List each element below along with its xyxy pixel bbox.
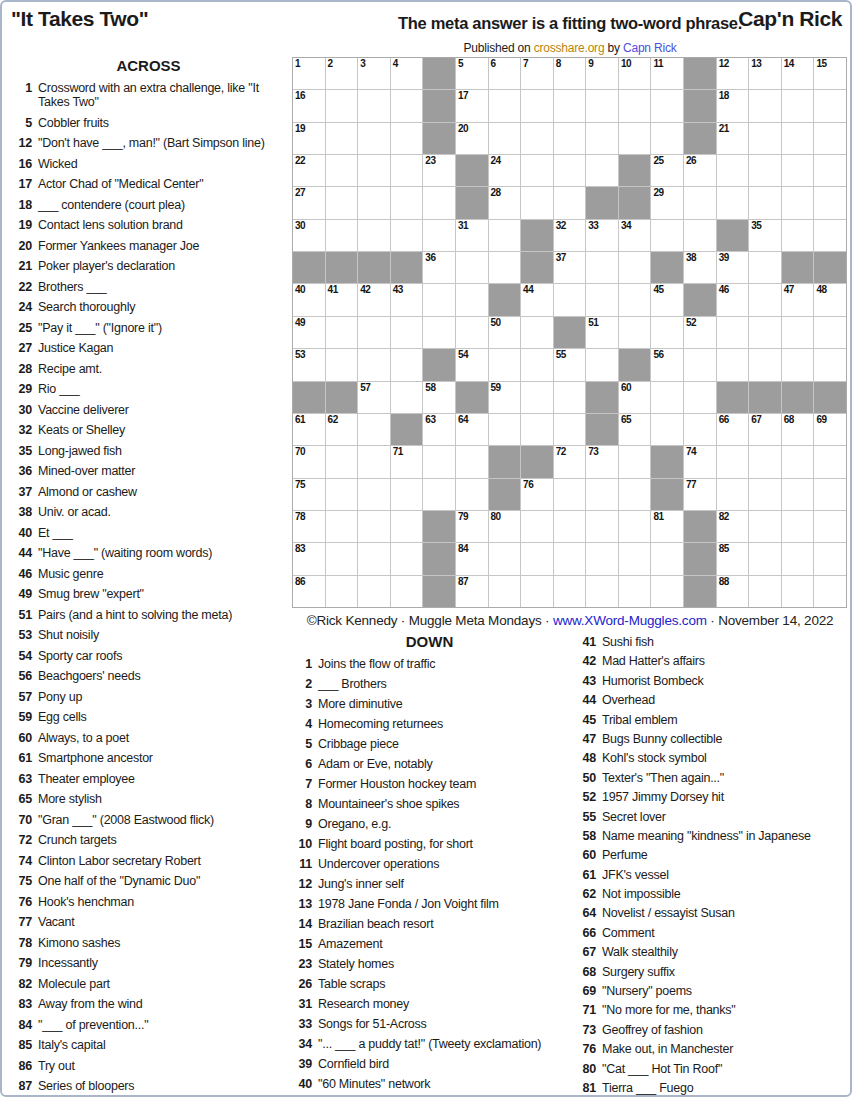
grid-cell: [521, 414, 553, 445]
grid-cell: [326, 90, 358, 121]
grid-cell: [619, 252, 651, 283]
clue-text: Sushi fish: [602, 635, 850, 649]
clue-text: Keats or Shelley: [38, 423, 287, 437]
clue-number: 21: [10, 259, 32, 273]
clue-text: Music genre: [38, 567, 287, 581]
clue-text: Molecule part: [38, 977, 287, 991]
cell-number: 60: [621, 383, 631, 393]
grid-cell: [423, 317, 455, 348]
cell-number: 22: [295, 156, 305, 166]
clue-across-36: 36Mined-over matter: [10, 464, 287, 478]
clue-text: Humorist Bombeck: [602, 674, 850, 688]
grid-cell: [586, 252, 618, 283]
grid-cell: [489, 349, 521, 380]
clue-across-75: 75One half of the "Dynamic Duo": [10, 874, 287, 888]
clue-number: 29: [10, 382, 32, 396]
clue-down-48: 48Kohl's stock symbol: [574, 751, 850, 765]
clue-text: Novelist / essayist Susan: [602, 906, 850, 920]
grid-cell: 2: [326, 58, 358, 89]
grid-cell: [521, 576, 553, 607]
clue-number: 76: [574, 1042, 596, 1056]
clue-down-33: 33Songs for 51-Across: [290, 1017, 569, 1031]
clue-number: 60: [574, 848, 596, 862]
grid-cell: [554, 414, 586, 445]
clue-down-1: 1Joins the flow of traffic: [290, 657, 569, 671]
clue-text: Crossword with an extra challenge, like …: [38, 81, 287, 109]
clue-across-46: 46Music genre: [10, 567, 287, 581]
block-cell: [423, 349, 455, 380]
cell-number: 11: [653, 59, 663, 69]
cell-number: 15: [816, 59, 826, 69]
clue-text: Joins the flow of traffic: [318, 657, 569, 671]
clue-text: Et ___: [38, 526, 287, 540]
grid-cell: 82: [717, 511, 749, 542]
grid-cell: [586, 576, 618, 607]
clue-number: 80: [574, 1062, 596, 1076]
clue-down-9: 9Oregano, e.g.: [290, 817, 569, 831]
grid-cell: 1: [293, 58, 325, 89]
clue-number: 58: [574, 829, 596, 843]
clue-text: More stylish: [38, 792, 287, 806]
cell-number: 31: [458, 221, 468, 231]
clue-across-29: 29Rio ___: [10, 382, 287, 396]
cell-number: 7: [523, 59, 528, 69]
grid-cell: [782, 187, 814, 218]
clue-text: Comment: [602, 926, 850, 940]
grid-cell: 77: [684, 479, 716, 510]
clue-across-30: 30Vaccine deliverer: [10, 403, 287, 417]
clue-number: 31: [290, 997, 312, 1011]
grid-cell: 81: [651, 511, 683, 542]
clue-number: 12: [10, 136, 32, 150]
clue-down-5: 5Cribbage piece: [290, 737, 569, 751]
clue-across-27: 27Justice Kagan: [10, 341, 287, 355]
clue-number: 33: [290, 1017, 312, 1031]
clue-down-15: 15Amazement: [290, 937, 569, 951]
clue-across-53: 53Shut noisily: [10, 628, 287, 642]
clue-down-7: 7Former Houston hockey team: [290, 777, 569, 791]
cell-number: 40: [295, 285, 305, 295]
grid-cell: 32: [554, 220, 586, 251]
clue-down-61: 61JFK's vessel: [574, 868, 850, 882]
block-cell: [326, 382, 358, 413]
clue-text: Cribbage piece: [318, 737, 569, 751]
cell-number: 39: [719, 253, 729, 263]
clue-text: Not impossible: [602, 887, 850, 901]
grid-cell: [814, 123, 846, 154]
clue-number: 42: [574, 654, 596, 668]
grid-cell: [391, 479, 423, 510]
block-cell: [684, 58, 716, 89]
grid-cell: [391, 543, 423, 574]
clue-down-81: 81Tierra ___ Fuego: [574, 1081, 850, 1095]
clue-across-63: 63Theater employee: [10, 772, 287, 786]
grid-cell: [521, 90, 553, 121]
cell-number: 87: [458, 577, 468, 587]
grid-cell: [651, 382, 683, 413]
grid-cell: [358, 446, 390, 477]
grid-cell: [391, 317, 423, 348]
cell-number: 66: [719, 415, 729, 425]
clue-across-17: 17Actor Chad of "Medical Center": [10, 177, 287, 191]
clue-across-87: 87Series of bloopers: [10, 1079, 287, 1093]
clue-down-26: 26Table scraps: [290, 977, 569, 991]
cell-number: 6: [491, 59, 496, 69]
clue-text: Justice Kagan: [38, 341, 287, 355]
clue-text: Flight board posting, for short: [318, 837, 569, 851]
clue-text: "60 Minutes" network: [318, 1077, 569, 1091]
grid-cell: [782, 576, 814, 607]
grid-cell: [814, 155, 846, 186]
grid-cell: 27: [293, 187, 325, 218]
grid-cell: [554, 155, 586, 186]
clue-across-5: 5Cobbler fruits: [10, 116, 287, 130]
clue-number: 44: [574, 693, 596, 707]
grid-cell: [749, 284, 781, 315]
down-column-2: 41Sushi fish42Mad Hatter's affairs43Humo…: [574, 635, 850, 1097]
grid-cell: [814, 446, 846, 477]
grid-cell: 25: [651, 155, 683, 186]
clue-across-56: 56Beachgoers' needs: [10, 669, 287, 683]
cell-number: 48: [816, 285, 826, 295]
cell-number: 23: [425, 156, 435, 166]
clue-text: Walk stealthily: [602, 945, 850, 959]
cell-number: 34: [621, 221, 631, 231]
grid-cell: [456, 317, 488, 348]
clue-across-79: 79Incessantly: [10, 956, 287, 970]
clue-text: Incessantly: [38, 956, 287, 970]
clue-number: 10: [290, 837, 312, 851]
grid-cell: [684, 187, 716, 218]
clue-number: 78: [10, 936, 32, 950]
down-column: DOWN 1Joins the flow of traffic2___ Brot…: [290, 633, 569, 1097]
clue-across-44: 44"Have ___" (waiting room words): [10, 546, 287, 560]
clue-text: "Pay it ___" ("Ignore it"): [38, 321, 287, 335]
grid-cell: [749, 317, 781, 348]
grid-cell: [391, 123, 423, 154]
clue-across-40: 40Et ___: [10, 526, 287, 540]
clue-number: 68: [574, 965, 596, 979]
cell-number: 84: [458, 544, 468, 554]
clue-text: Beachgoers' needs: [38, 669, 287, 683]
cell-number: 14: [784, 59, 794, 69]
clue-number: 13: [290, 897, 312, 911]
grid-cell: [619, 479, 651, 510]
cell-number: 43: [393, 285, 403, 295]
clue-text: ___ contendere (court plea): [38, 198, 287, 212]
cell-number: 79: [458, 512, 468, 522]
grid-cell: [456, 284, 488, 315]
cell-number: 18: [719, 91, 729, 101]
grid-cell: [782, 479, 814, 510]
clue-number: 82: [10, 977, 32, 991]
block-cell: [554, 317, 586, 348]
cell-number: 41: [328, 285, 338, 295]
grid-cell: 53: [293, 349, 325, 380]
block-cell: [391, 414, 423, 445]
crosshare-link[interactable]: crosshare.org: [534, 41, 605, 55]
clue-down-43: 43Humorist Bombeck: [574, 674, 850, 688]
grid-cell: [456, 446, 488, 477]
grid-cell: 50: [489, 317, 521, 348]
clue-number: 41: [574, 635, 596, 649]
grid-cell: 60: [619, 382, 651, 413]
cell-number: 56: [653, 350, 663, 360]
grid-cell: 47: [782, 284, 814, 315]
cell-number: 35: [751, 221, 761, 231]
clue-text: Theater employee: [38, 772, 287, 786]
cell-number: 82: [719, 512, 729, 522]
grid-cell: 18: [717, 90, 749, 121]
clue-number: 26: [290, 977, 312, 991]
grid-cell: [619, 284, 651, 315]
clue-down-68: 68Surgery suffix: [574, 965, 850, 979]
clue-across-76: 76Hook's henchman: [10, 895, 287, 909]
clue-text: Kohl's stock symbol: [602, 751, 850, 765]
clue-number: 38: [10, 505, 32, 519]
grid-cell: [326, 543, 358, 574]
grid-cell: 88: [717, 576, 749, 607]
cell-number: 13: [751, 59, 761, 69]
grid-cell: 69: [814, 414, 846, 445]
clue-number: 8: [290, 797, 312, 811]
block-cell: [423, 576, 455, 607]
grid-cell: [554, 543, 586, 574]
grid-cell: [554, 576, 586, 607]
clue-number: 14: [290, 917, 312, 931]
grid-cell: [651, 220, 683, 251]
grid-cell: [358, 123, 390, 154]
grid-cell: 64: [456, 414, 488, 445]
cell-number: 88: [719, 577, 729, 587]
grid-cell: 46: [717, 284, 749, 315]
clue-number: 34: [290, 1037, 312, 1051]
clue-text: Homecoming returnees: [318, 717, 569, 731]
clue-across-35: 35Long-jawed fish: [10, 444, 287, 458]
grid-cell: 83: [293, 543, 325, 574]
clue-number: 51: [10, 608, 32, 622]
clue-down-42: 42Mad Hatter's affairs: [574, 654, 850, 668]
grid-cell: [391, 576, 423, 607]
grid-cell: [358, 479, 390, 510]
clue-number: 79: [10, 956, 32, 970]
grid-cell: [326, 576, 358, 607]
cell-number: 46: [719, 285, 729, 295]
cell-number: 32: [556, 221, 566, 231]
block-cell: [651, 252, 683, 283]
grid-cell: [391, 90, 423, 121]
clue-number: 17: [10, 177, 32, 191]
clue-number: 6: [290, 757, 312, 771]
grid-cell: 45: [651, 284, 683, 315]
grid-cell: [651, 576, 683, 607]
clue-across-16: 16Wicked: [10, 157, 287, 171]
grid-cell: [358, 576, 390, 607]
clue-down-39: 39Cornfield bird: [290, 1057, 569, 1071]
clue-text: "Nursery" poems: [602, 984, 850, 998]
clue-down-23: 23Stately homes: [290, 957, 569, 971]
grid-cell: 11: [651, 58, 683, 89]
clue-text: ___ Brothers: [318, 677, 569, 691]
clue-text: Overhead: [602, 693, 850, 707]
clue-text: Tierra ___ Fuego: [602, 1081, 850, 1095]
cell-number: 44: [523, 285, 533, 295]
grid-cell: [489, 543, 521, 574]
clue-text: Amazement: [318, 937, 569, 951]
clue-number: 11: [290, 857, 312, 871]
clue-text: Cornfield bird: [318, 1057, 569, 1071]
copyright-date: · November 14, 2022: [707, 613, 834, 628]
across-header: ACROSS: [10, 57, 287, 74]
grid-cell: [749, 155, 781, 186]
grid-cell: 4: [391, 58, 423, 89]
grid-cell: 85: [717, 543, 749, 574]
clue-text: Mountaineer's shoe spikes: [318, 797, 569, 811]
clue-number: 61: [574, 868, 596, 882]
clue-down-6: 6Adam or Eve, notably: [290, 757, 569, 771]
clue-text: Mined-over matter: [38, 464, 287, 478]
clue-text: Former Yankees manager Joe: [38, 239, 287, 253]
clue-text: One half of the "Dynamic Duo": [38, 874, 287, 888]
grid-cell: [651, 543, 683, 574]
clue-number: 23: [290, 957, 312, 971]
grid-cell: [782, 511, 814, 542]
grid-cell: [489, 252, 521, 283]
clue-across-83: 83Away from the wind: [10, 997, 287, 1011]
grid-cell: [391, 220, 423, 251]
clue-number: 76: [10, 895, 32, 909]
clue-down-73: 73Geoffrey of fashion: [574, 1023, 850, 1037]
grid-cell: 58: [423, 382, 455, 413]
clue-number: 43: [574, 674, 596, 688]
clue-text: "No more for me, thanks": [602, 1003, 850, 1017]
block-cell: [521, 220, 553, 251]
grid-cell: [782, 220, 814, 251]
clue-number: 18: [10, 198, 32, 212]
grid-cell: 51: [586, 317, 618, 348]
cell-number: 53: [295, 350, 305, 360]
clue-down-41: 41Sushi fish: [574, 635, 850, 649]
grid-cell: 76: [521, 479, 553, 510]
cell-number: 54: [458, 350, 468, 360]
grid-cell: 73: [586, 446, 618, 477]
crossword-grid: 1234567891011121314151617181920212223242…: [292, 57, 847, 608]
clue-number: 27: [10, 341, 32, 355]
grid-cell: 17: [456, 90, 488, 121]
block-cell: [521, 252, 553, 283]
clue-down-67: 67Walk stealthily: [574, 945, 850, 959]
clue-number: 1: [290, 657, 312, 671]
cell-number: 67: [751, 415, 761, 425]
clue-text: Brothers ___: [38, 280, 287, 294]
grid-cell: 70: [293, 446, 325, 477]
cell-number: 37: [556, 253, 566, 263]
grid-cell: [489, 90, 521, 121]
clue-across-21: 21Poker player's declaration: [10, 259, 287, 273]
clue-text: Undercover operations: [318, 857, 569, 871]
clue-number: 3: [290, 697, 312, 711]
grid-cell: [782, 543, 814, 574]
author-link[interactable]: Capn Rick: [623, 41, 677, 55]
clue-across-72: 72Crunch targets: [10, 833, 287, 847]
clue-text: Contact lens solution brand: [38, 218, 287, 232]
clue-text: Cobbler fruits: [38, 116, 287, 130]
clue-text: Bugs Bunny collectible: [602, 732, 850, 746]
clue-across-82: 82Molecule part: [10, 977, 287, 991]
grid-cell: [326, 123, 358, 154]
clue-text: Series of bloopers: [38, 1079, 287, 1093]
grid-cell: [619, 576, 651, 607]
grid-cell: [586, 90, 618, 121]
grid-cell: 16: [293, 90, 325, 121]
cell-number: 65: [621, 415, 631, 425]
grid-cell: [717, 155, 749, 186]
clue-number: 53: [10, 628, 32, 642]
grid-cell: 15: [814, 58, 846, 89]
grid-cell: 7: [521, 58, 553, 89]
grid-cell: [326, 511, 358, 542]
clue-text: Crunch targets: [38, 833, 287, 847]
grid-cell: [749, 479, 781, 510]
clue-number: 60: [10, 731, 32, 745]
clue-down-55: 55Secret lover: [574, 810, 850, 824]
block-cell: [423, 543, 455, 574]
clue-text: Pony up: [38, 690, 287, 704]
block-cell: [456, 382, 488, 413]
clue-number: 56: [10, 669, 32, 683]
clue-across-19: 19Contact lens solution brand: [10, 218, 287, 232]
cell-number: 24: [491, 156, 501, 166]
cell-number: 78: [295, 512, 305, 522]
clue-text: Geoffrey of fashion: [602, 1023, 850, 1037]
block-cell: [749, 382, 781, 413]
cell-number: 4: [393, 59, 398, 69]
clue-across-86: 86Try out: [10, 1059, 287, 1073]
cell-number: 59: [491, 383, 501, 393]
clue-text: Smartphone ancestor: [38, 751, 287, 765]
clue-across-51: 51Pairs (and a hint to solving the meta): [10, 608, 287, 622]
cell-number: 86: [295, 577, 305, 587]
grid-cell: 68: [782, 414, 814, 445]
grid-cell: [554, 123, 586, 154]
grid-cell: [749, 511, 781, 542]
grid-cell: [423, 446, 455, 477]
cell-number: 12: [719, 59, 729, 69]
grid-cell: [749, 349, 781, 380]
cell-number: 26: [686, 156, 696, 166]
cell-number: 69: [816, 415, 826, 425]
clue-number: 40: [290, 1077, 312, 1091]
xword-muggles-link[interactable]: www.XWord-Muggles.com: [553, 613, 707, 628]
block-cell: [814, 382, 846, 413]
grid-cell: 24: [489, 155, 521, 186]
clue-number: 5: [290, 737, 312, 751]
grid-cell: [749, 543, 781, 574]
clue-number: 47: [574, 732, 596, 746]
grid-cell: 41: [326, 284, 358, 315]
clue-text: Songs for 51-Across: [318, 1017, 569, 1031]
grid-cell: 56: [651, 349, 683, 380]
grid-cell: 26: [684, 155, 716, 186]
grid-cell: [326, 187, 358, 218]
clue-number: 70: [10, 813, 32, 827]
clue-text: "Gran ___" (2008 Eastwood flick): [38, 813, 287, 827]
grid-cell: 74: [684, 446, 716, 477]
block-cell: [782, 252, 814, 283]
cell-number: 2: [328, 59, 333, 69]
grid-cell: [554, 187, 586, 218]
block-cell: [586, 382, 618, 413]
